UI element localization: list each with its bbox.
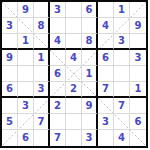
cell-r3c3[interactable] xyxy=(34,34,50,50)
cell-r4c7[interactable]: 6 xyxy=(98,50,114,66)
cell-r7c5[interactable] xyxy=(66,98,82,114)
cell-r3c5[interactable] xyxy=(66,34,82,50)
cell-r4c3[interactable]: 1 xyxy=(34,50,50,66)
cell-r4c6[interactable] xyxy=(82,50,98,66)
cell-r8c4[interactable] xyxy=(50,114,66,130)
cell-r4c1[interactable]: 9 xyxy=(2,50,18,66)
cell-r1c6[interactable]: 6 xyxy=(82,2,98,18)
cell-r4c2[interactable] xyxy=(18,50,34,66)
cell-r7c8[interactable]: 7 xyxy=(114,98,130,114)
cell-r8c3[interactable]: 7 xyxy=(34,114,50,130)
cell-r2c1[interactable]: 3 xyxy=(2,18,18,34)
cell-r8c1[interactable]: 5 xyxy=(2,114,18,130)
cell-r3c1[interactable] xyxy=(2,34,18,50)
cell-r6c7[interactable]: 7 xyxy=(98,82,114,98)
cell-r9c3[interactable] xyxy=(34,130,50,146)
cell-r6c1[interactable]: 6 xyxy=(2,82,18,98)
cell-r2c6[interactable] xyxy=(82,18,98,34)
cell-r8c8[interactable] xyxy=(114,114,130,130)
cell-r3c6[interactable]: 8 xyxy=(82,34,98,50)
cell-r9c9[interactable] xyxy=(130,130,146,146)
cell-r3c7[interactable] xyxy=(98,34,114,50)
cell-r2c8[interactable] xyxy=(114,18,130,34)
cell-r1c9[interactable] xyxy=(130,2,146,18)
cell-r4c8[interactable] xyxy=(114,50,130,66)
cell-r1c4[interactable]: 3 xyxy=(50,2,66,18)
cell-r2c9[interactable]: 9 xyxy=(130,18,146,34)
cell-r6c9[interactable]: 1 xyxy=(130,82,146,98)
cell-r5c3[interactable] xyxy=(34,66,50,82)
cell-r1c3[interactable] xyxy=(34,2,50,18)
cell-r3c2[interactable]: 1 xyxy=(18,34,34,50)
cell-r2c4[interactable] xyxy=(50,18,66,34)
cell-r9c1[interactable] xyxy=(2,130,18,146)
cell-r9c8[interactable]: 4 xyxy=(114,130,130,146)
cell-r8c2[interactable] xyxy=(18,114,34,130)
cell-r1c5[interactable] xyxy=(66,2,82,18)
cell-r8c7[interactable]: 3 xyxy=(98,114,114,130)
cell-r2c3[interactable]: 8 xyxy=(34,18,50,34)
cell-r5c2[interactable] xyxy=(18,66,34,82)
cell-r5c1[interactable] xyxy=(2,66,18,82)
cell-r6c3[interactable]: 3 xyxy=(34,82,50,98)
cell-r2c2[interactable] xyxy=(18,18,34,34)
cell-r7c3[interactable] xyxy=(34,98,50,114)
cell-r4c9[interactable]: 3 xyxy=(130,50,146,66)
cell-r7c6[interactable]: 9 xyxy=(82,98,98,114)
cell-r4c5[interactable]: 4 xyxy=(66,50,82,66)
cell-r1c1[interactable] xyxy=(2,2,18,18)
cell-r6c2[interactable] xyxy=(18,82,34,98)
cell-r6c4[interactable] xyxy=(50,82,66,98)
cell-r9c7[interactable] xyxy=(98,130,114,146)
cell-r9c2[interactable]: 6 xyxy=(18,130,34,146)
cell-r2c5[interactable] xyxy=(66,18,82,34)
cell-r3c9[interactable] xyxy=(130,34,146,50)
cell-r8c6[interactable] xyxy=(82,114,98,130)
cell-r8c5[interactable] xyxy=(66,114,82,130)
cell-r1c8[interactable]: 1 xyxy=(114,2,130,18)
cell-r3c4[interactable]: 4 xyxy=(50,34,66,50)
cell-r9c4[interactable]: 7 xyxy=(50,130,66,146)
cell-r6c8[interactable] xyxy=(114,82,130,98)
cell-r7c1[interactable] xyxy=(2,98,18,114)
cell-r1c7[interactable] xyxy=(98,2,114,18)
cell-r5c7[interactable] xyxy=(98,66,114,82)
cell-r7c4[interactable]: 2 xyxy=(50,98,66,114)
cell-r5c9[interactable] xyxy=(130,66,146,82)
cell-r5c6[interactable]: 1 xyxy=(82,66,98,82)
cell-r7c2[interactable]: 3 xyxy=(18,98,34,114)
cell-r9c6[interactable]: 3 xyxy=(82,130,98,146)
sudoku-board: 936138491483914636163271329757366734 xyxy=(0,0,148,148)
cell-r7c7[interactable] xyxy=(98,98,114,114)
cell-r5c4[interactable]: 6 xyxy=(50,66,66,82)
cell-r6c5[interactable]: 2 xyxy=(66,82,82,98)
cell-r3c8[interactable]: 3 xyxy=(114,34,130,50)
cell-r6c6[interactable] xyxy=(82,82,98,98)
cell-r5c8[interactable] xyxy=(114,66,130,82)
cell-r1c2[interactable]: 9 xyxy=(18,2,34,18)
cell-r9c5[interactable] xyxy=(66,130,82,146)
cell-r2c7[interactable]: 4 xyxy=(98,18,114,34)
cell-r4c4[interactable] xyxy=(50,50,66,66)
cell-r8c9[interactable]: 6 xyxy=(130,114,146,130)
cell-r5c5[interactable] xyxy=(66,66,82,82)
sudoku-grid: 936138491483914636163271329757366734 xyxy=(2,2,146,146)
cell-r7c9[interactable] xyxy=(130,98,146,114)
